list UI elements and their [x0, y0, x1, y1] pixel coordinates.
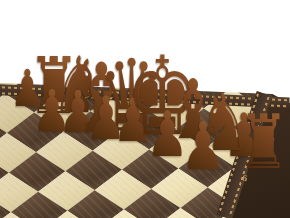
chess-set-photo: H76 ♟♜♞♟♟♝♛♟♟♚♝♟♞♟♜♟ [0, 0, 290, 218]
chess-piece-pawn: ♟ [178, 114, 228, 180]
chess-piece-rook: ♜ [235, 105, 290, 180]
